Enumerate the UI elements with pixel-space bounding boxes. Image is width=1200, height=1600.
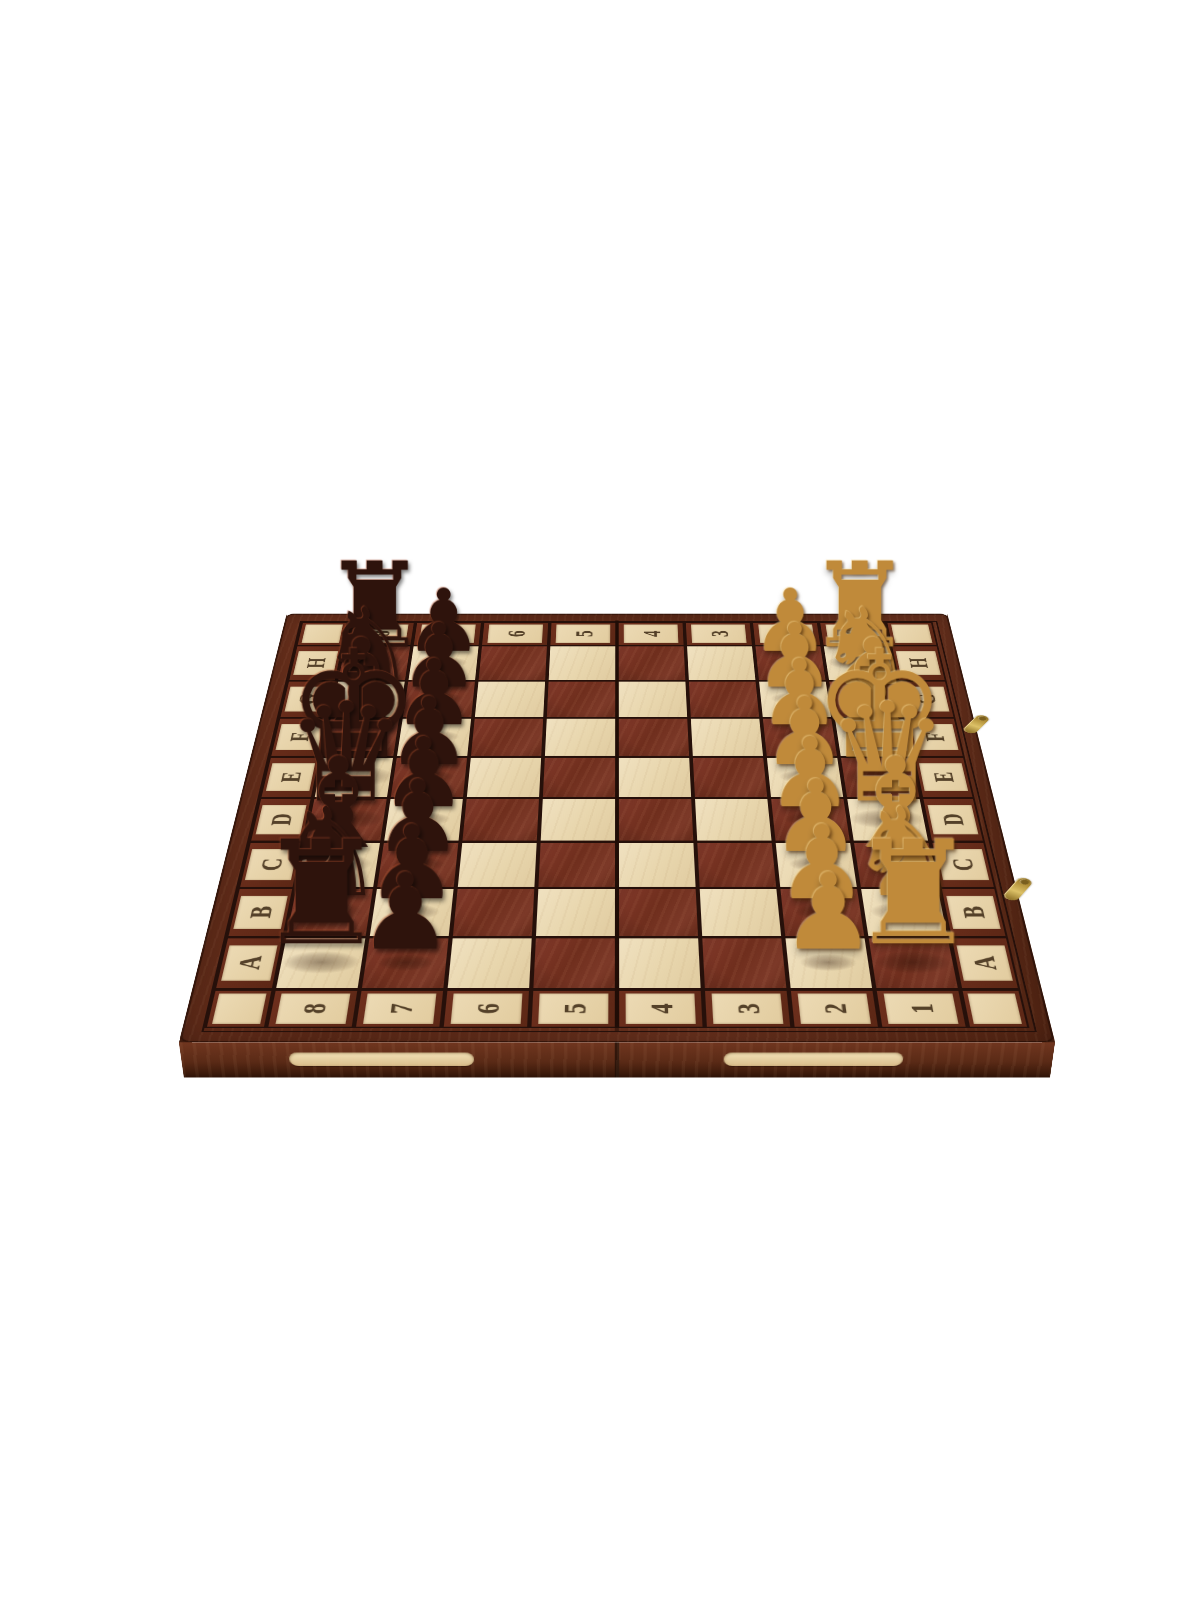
rank-label-patch: 2 — [758, 624, 815, 642]
corner-inlay — [302, 624, 343, 642]
rank-label-patch: 3 — [691, 624, 747, 642]
rank-label-text: 5 — [570, 631, 596, 637]
rank-label-patch: 1 — [826, 624, 883, 642]
square-h2 — [754, 646, 828, 681]
back-rank-label-1: 1 — [818, 622, 890, 646]
square-h4 — [617, 646, 687, 681]
back-rank-label-4: 4 — [617, 622, 685, 646]
square-f6 — [469, 718, 545, 757]
file-label-patch: H — [896, 651, 941, 675]
rank-label-patch: 8 — [351, 624, 408, 642]
rank-label-text: 1 — [841, 631, 868, 637]
square-h6 — [477, 646, 549, 681]
product-photo-stage: 87654321HHGGFFEEDDCCBBAA87654321 ♜♟♟♜♞♟♟… — [0, 0, 1200, 1600]
rank-label-patch: 7 — [419, 624, 476, 642]
rank-label-text: 2 — [773, 631, 799, 637]
chess-board: 87654321HHGGFFEEDDCCBBAA87654321 ♜♟♟♜♞♟♟… — [179, 614, 1055, 1043]
border-corner-cell — [886, 622, 939, 646]
rank-label-text: 8 — [367, 631, 394, 637]
square-f5 — [543, 718, 617, 757]
back-rank-label-7: 7 — [412, 622, 483, 646]
back-rank-label-2: 2 — [751, 622, 822, 646]
square-g3 — [687, 681, 761, 718]
box-front-face — [179, 1042, 1055, 1077]
file-label-text: H — [302, 658, 330, 668]
piece-glyph: ♜ — [849, 822, 978, 966]
back-rank-label-8: 8 — [344, 622, 416, 646]
square-g7 — [401, 681, 477, 718]
piece-glyph: ♟ — [358, 860, 453, 966]
square-e3 — [691, 757, 769, 798]
square-g6 — [473, 681, 547, 718]
rank-label-patch: 6 — [487, 624, 543, 642]
rank-label-text: 4 — [638, 631, 664, 637]
rank-label-patch: 4 — [624, 624, 679, 642]
file-label-text: H — [904, 658, 932, 668]
square-g4 — [617, 681, 689, 718]
back-rank-label-5: 5 — [549, 622, 617, 646]
handle-inlay-right — [723, 1052, 903, 1065]
square-e5 — [541, 757, 617, 798]
rank-label-text: 3 — [706, 631, 732, 637]
square-e6 — [465, 757, 543, 798]
handle-inlay-left — [288, 1052, 474, 1065]
file-label-patch: H — [293, 651, 338, 675]
square-h5 — [547, 646, 617, 681]
rank-label-text: 7 — [435, 631, 461, 637]
corner-inlay — [891, 624, 932, 642]
square-f3 — [689, 718, 765, 757]
square-h3 — [685, 646, 757, 681]
square-g5 — [545, 681, 617, 718]
border-corner-cell — [296, 622, 349, 646]
square-h7 — [407, 646, 481, 681]
square-e4 — [617, 757, 693, 798]
rank-label-patch: 5 — [556, 624, 611, 642]
back-rank-label-3: 3 — [684, 622, 754, 646]
back-rank-label-6: 6 — [480, 622, 550, 646]
square-g2 — [757, 681, 833, 718]
rank-label-text: 6 — [502, 631, 528, 637]
square-f4 — [617, 718, 691, 757]
front-face-seam — [615, 1042, 619, 1077]
